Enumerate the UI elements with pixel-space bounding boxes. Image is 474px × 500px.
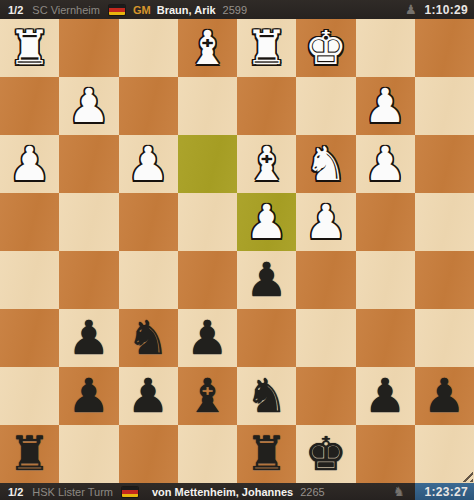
white-king: ♚ [305,24,347,71]
square-e7[interactable]: ♝ [178,367,237,425]
square-b5[interactable] [356,251,415,309]
square-a5[interactable] [415,251,474,309]
top-rating: 2599 [223,4,247,16]
square-a3[interactable] [415,135,474,193]
square-c2[interactable] [296,77,355,135]
square-d1[interactable]: ♜ [237,19,296,77]
square-a4[interactable] [415,193,474,251]
bottom-player-bar: 1/2 HSK Lister Turm von Mettenheim, Joha… [0,483,474,500]
square-h3[interactable]: ♟ [0,135,59,193]
square-h6[interactable] [0,309,59,367]
square-d3[interactable]: ♝ [237,135,296,193]
square-b1[interactable] [356,19,415,77]
square-e2[interactable] [178,77,237,135]
square-c3[interactable]: ♞ [296,135,355,193]
white-pawn: ♟ [246,198,288,245]
chess-board: ♜♝♜♚♟♟♟♟♝♞♟♟♟♟♟♞♟♟♟♝♞♟♟♜♜♚ [0,19,474,483]
square-b7[interactable]: ♟ [356,367,415,425]
top-player-name: Braun, Arik [157,4,216,16]
square-d5[interactable]: ♟ [237,251,296,309]
square-a1[interactable] [415,19,474,77]
square-g5[interactable] [59,251,118,309]
white-bishop: ♝ [186,24,228,71]
black-king: ♚ [305,430,347,477]
square-g3[interactable] [59,135,118,193]
white-pawn: ♟ [364,82,406,129]
square-b2[interactable]: ♟ [356,77,415,135]
square-d4[interactable]: ♟ [237,193,296,251]
square-b8[interactable] [356,425,415,483]
square-f3[interactable]: ♟ [119,135,178,193]
germany-flag-icon [122,487,138,497]
square-d8[interactable]: ♜ [237,425,296,483]
square-b6[interactable] [356,309,415,367]
white-rook: ♜ [246,24,288,71]
square-a6[interactable] [415,309,474,367]
black-rook: ♜ [246,430,288,477]
square-a8[interactable] [415,425,474,483]
square-e8[interactable] [178,425,237,483]
pawn-icon: ♟ [405,3,417,16]
square-f8[interactable] [119,425,178,483]
top-title: GM [133,4,151,16]
black-pawn: ♟ [68,372,110,419]
square-e6[interactable]: ♟ [178,309,237,367]
black-pawn: ♟ [127,372,169,419]
black-rook: ♜ [9,430,51,477]
square-h1[interactable]: ♜ [0,19,59,77]
square-b4[interactable] [356,193,415,251]
bottom-club: HSK Lister Turm [32,486,113,498]
square-f6[interactable]: ♞ [119,309,178,367]
square-f1[interactable] [119,19,178,77]
black-knight: ♞ [246,372,288,419]
square-e4[interactable] [178,193,237,251]
black-bishop: ♝ [186,372,228,419]
top-club: SC Viernheim [32,4,100,16]
germany-flag-icon [109,5,125,15]
square-f2[interactable] [119,77,178,135]
square-e1[interactable]: ♝ [178,19,237,77]
square-h2[interactable] [0,77,59,135]
square-h5[interactable] [0,251,59,309]
black-pawn: ♟ [186,314,228,361]
square-c6[interactable] [296,309,355,367]
square-g8[interactable] [59,425,118,483]
square-c5[interactable] [296,251,355,309]
square-e3[interactable] [178,135,237,193]
square-a2[interactable] [415,77,474,135]
bottom-result: 1/2 [0,486,32,498]
square-g2[interactable]: ♟ [59,77,118,135]
square-h8[interactable]: ♜ [0,425,59,483]
white-bishop: ♝ [246,140,288,187]
white-pawn: ♟ [364,140,406,187]
white-knight: ♞ [305,140,347,187]
square-e5[interactable] [178,251,237,309]
square-h7[interactable] [0,367,59,425]
square-c8[interactable]: ♚ [296,425,355,483]
bottom-player-name: von Mettenheim, Johannes [152,486,293,498]
square-d7[interactable]: ♞ [237,367,296,425]
square-g7[interactable]: ♟ [59,367,118,425]
square-f7[interactable]: ♟ [119,367,178,425]
square-c1[interactable]: ♚ [296,19,355,77]
chess-broadcast-window: 1/2 SC Viernheim GM Braun, Arik 2599 ♟ 1… [0,0,474,500]
square-g6[interactable]: ♟ [59,309,118,367]
black-pawn: ♟ [68,314,110,361]
white-pawn: ♟ [9,140,51,187]
white-pawn: ♟ [68,82,110,129]
bottom-rating: 2265 [300,486,324,498]
square-g1[interactable] [59,19,118,77]
square-b3[interactable]: ♟ [356,135,415,193]
square-c7[interactable] [296,367,355,425]
black-pawn: ♟ [364,372,406,419]
square-f4[interactable] [119,193,178,251]
square-h4[interactable] [0,193,59,251]
square-d2[interactable] [237,77,296,135]
top-clock: 1:10:29 [425,3,474,17]
bottom-clock: 1:23:27 [415,483,474,500]
black-knight: ♞ [127,314,169,361]
square-f5[interactable] [119,251,178,309]
knight-icon: ♞ [393,485,405,498]
square-g4[interactable] [59,193,118,251]
square-d6[interactable] [237,309,296,367]
top-result: 1/2 [0,4,32,16]
white-pawn: ♟ [127,140,169,187]
white-rook: ♜ [9,24,51,71]
black-pawn: ♟ [423,372,465,419]
square-c4[interactable]: ♟ [296,193,355,251]
top-player-bar: 1/2 SC Viernheim GM Braun, Arik 2599 ♟ 1… [0,0,474,19]
black-pawn: ♟ [246,256,288,303]
square-a7[interactable]: ♟ [415,367,474,425]
white-pawn: ♟ [305,198,347,245]
